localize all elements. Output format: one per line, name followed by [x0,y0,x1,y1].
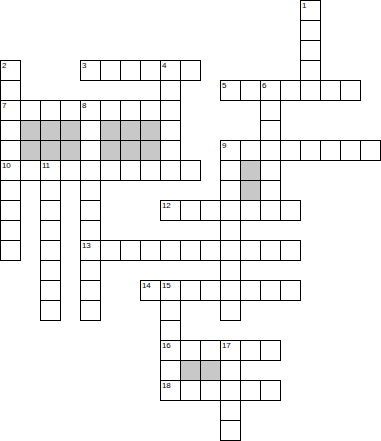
grid-cell[interactable]: 11 [40,160,61,181]
grid-cell[interactable]: 12 [160,200,181,221]
grid-cell[interactable] [220,160,241,181]
grid-cell[interactable] [40,240,61,261]
grid-cell[interactable] [240,140,261,161]
shaded-cell [40,120,61,141]
grid-cell[interactable] [200,280,221,301]
grid-cell[interactable] [180,200,201,221]
clue-number: 15 [162,281,170,290]
shaded-cell [180,360,201,381]
grid-cell[interactable] [140,100,161,121]
grid-cell[interactable] [300,140,321,161]
grid-cell[interactable] [80,140,101,161]
shaded-cell [60,140,81,161]
grid-cell[interactable] [160,160,181,181]
grid-cell[interactable] [0,220,21,241]
clue-number: 10 [2,161,10,170]
grid-cell[interactable] [80,160,101,181]
grid-cell[interactable]: 18 [160,380,181,401]
grid-cell[interactable]: 6 [260,80,281,101]
clue-number: 8 [82,101,86,110]
shaded-cell [20,120,41,141]
grid-cell[interactable] [60,100,81,121]
grid-cell[interactable] [180,340,201,361]
grid-cell[interactable]: 7 [0,100,21,121]
grid-cell[interactable] [80,260,101,281]
clue-number: 16 [162,341,170,350]
grid-cell[interactable] [300,20,321,41]
grid-cell[interactable] [80,200,101,221]
shaded-cell [120,120,141,141]
grid-cell[interactable] [140,240,161,261]
clue-number: 9 [222,141,226,150]
grid-cell[interactable] [200,240,221,261]
grid-cell[interactable] [160,100,181,121]
clue-number: 1 [302,1,306,10]
grid-cell[interactable]: 15 [160,280,181,301]
grid-cell[interactable] [40,300,61,321]
grid-cell[interactable] [360,140,381,161]
grid-cell[interactable] [280,200,301,221]
shaded-cell [240,180,261,201]
clue-number: 7 [2,101,6,110]
grid-cell[interactable]: 3 [80,60,101,81]
grid-cell[interactable]: 5 [220,80,241,101]
grid-cell[interactable] [220,280,241,301]
grid-cell[interactable] [60,160,81,181]
grid-cell[interactable]: 8 [80,100,101,121]
clue-number: 14 [142,281,150,290]
grid-cell[interactable] [200,340,221,361]
grid-cell[interactable] [80,280,101,301]
shaded-cell [60,120,81,141]
grid-cell[interactable] [180,160,201,181]
grid-cell[interactable] [260,200,281,221]
grid-cell[interactable] [120,160,141,181]
grid-cell[interactable] [220,220,241,241]
grid-cell[interactable] [100,60,121,81]
grid-cell[interactable] [140,160,161,181]
grid-cell[interactable] [220,360,241,381]
grid-cell[interactable] [80,300,101,321]
grid-cell[interactable]: 13 [80,240,101,261]
grid-cell[interactable] [280,240,301,261]
clue-number: 17 [222,341,230,350]
grid-cell[interactable] [120,60,141,81]
grid-cell[interactable] [160,140,181,161]
grid-cell[interactable] [120,100,141,121]
grid-cell[interactable] [180,60,201,81]
grid-cell[interactable] [240,240,261,261]
clue-number: 4 [162,61,166,70]
grid-cell[interactable] [240,280,261,301]
grid-cell[interactable] [40,180,61,201]
grid-cell[interactable] [340,140,361,161]
shaded-cell [140,120,161,141]
grid-cell[interactable] [160,80,181,101]
grid-cell[interactable] [220,240,241,261]
grid-cell[interactable] [80,220,101,241]
grid-cell[interactable] [260,180,281,201]
grid-cell[interactable] [280,280,301,301]
grid-cell[interactable] [160,320,181,341]
grid-cell[interactable] [340,80,361,101]
grid-cell[interactable] [160,240,181,261]
grid-cell[interactable] [100,160,121,181]
grid-cell[interactable] [240,380,261,401]
clue-number: 18 [162,381,170,390]
grid-cell[interactable] [120,240,141,261]
grid-cell[interactable] [160,300,181,321]
shaded-cell [100,120,121,141]
grid-cell[interactable] [180,380,201,401]
grid-cell[interactable]: 14 [140,280,161,301]
grid-cell[interactable] [260,140,281,161]
crossword-board: 123456789101112131415161718 [0,0,381,441]
shaded-cell [240,160,261,181]
grid-cell[interactable]: 1 [300,0,321,21]
grid-cell[interactable] [100,100,121,121]
grid-cell[interactable] [300,40,321,61]
grid-cell[interactable] [40,200,61,221]
grid-cell[interactable]: 16 [160,340,181,361]
grid-cell[interactable] [40,220,61,241]
grid-cell[interactable] [240,200,261,221]
grid-cell[interactable] [40,280,61,301]
grid-cell[interactable] [220,300,241,321]
clue-number: 6 [262,81,266,90]
grid-cell[interactable] [260,160,281,181]
grid-cell[interactable] [0,240,21,261]
grid-cell[interactable] [100,240,121,261]
grid-cell[interactable] [200,380,221,401]
grid-cell[interactable]: 10 [0,160,21,181]
grid-cell[interactable] [260,120,281,141]
grid-cell[interactable] [220,180,241,201]
grid-cell[interactable] [300,80,321,101]
clue-number: 5 [222,81,226,90]
grid-cell[interactable] [80,180,101,201]
grid-cell[interactable] [260,380,281,401]
grid-cell[interactable] [260,240,281,261]
grid-cell[interactable] [220,200,241,221]
grid-cell[interactable] [20,100,41,121]
grid-cell[interactable] [220,380,241,401]
clue-number: 2 [2,61,6,70]
grid-cell[interactable] [20,160,41,181]
grid-cell[interactable] [80,120,101,141]
grid-cell[interactable] [320,140,341,161]
grid-cell[interactable]: 9 [220,140,241,161]
grid-cell[interactable] [0,120,21,141]
grid-cell[interactable] [160,360,181,381]
grid-cell[interactable] [320,80,341,101]
clue-number: 12 [162,201,170,210]
shaded-cell [140,140,161,161]
clue-number: 13 [82,241,90,250]
grid-cell[interactable] [160,120,181,141]
shaded-cell [200,360,221,381]
grid-cell[interactable] [200,200,221,221]
grid-cell[interactable] [260,280,281,301]
grid-cell[interactable] [0,180,21,201]
shaded-cell [100,140,121,161]
shaded-cell [40,140,61,161]
grid-cell[interactable] [260,340,281,361]
grid-cell[interactable] [220,260,241,281]
shaded-cell [20,140,41,161]
grid-cell[interactable] [280,140,301,161]
grid-cell[interactable] [280,80,301,101]
grid-cell[interactable]: 17 [220,340,241,361]
grid-cell[interactable] [260,100,281,121]
page: 123456789101112131415161718 [0,0,381,441]
grid-cell[interactable] [240,80,261,101]
grid-cell[interactable] [140,60,161,81]
grid-cell[interactable] [220,420,241,441]
grid-cell[interactable] [220,400,241,421]
grid-cell[interactable] [300,60,321,81]
grid-cell[interactable] [0,200,21,221]
clue-number: 3 [82,61,86,70]
clue-number: 11 [42,161,50,170]
grid-cell[interactable] [40,260,61,281]
grid-cell[interactable] [0,80,21,101]
grid-cell[interactable] [0,140,21,161]
grid-cell[interactable]: 2 [0,60,21,81]
shaded-cell [120,140,141,161]
grid-cell[interactable]: 4 [160,60,181,81]
grid-cell[interactable] [180,240,201,261]
grid-cell[interactable] [180,280,201,301]
grid-cell[interactable] [240,340,261,361]
grid-cell[interactable] [40,100,61,121]
